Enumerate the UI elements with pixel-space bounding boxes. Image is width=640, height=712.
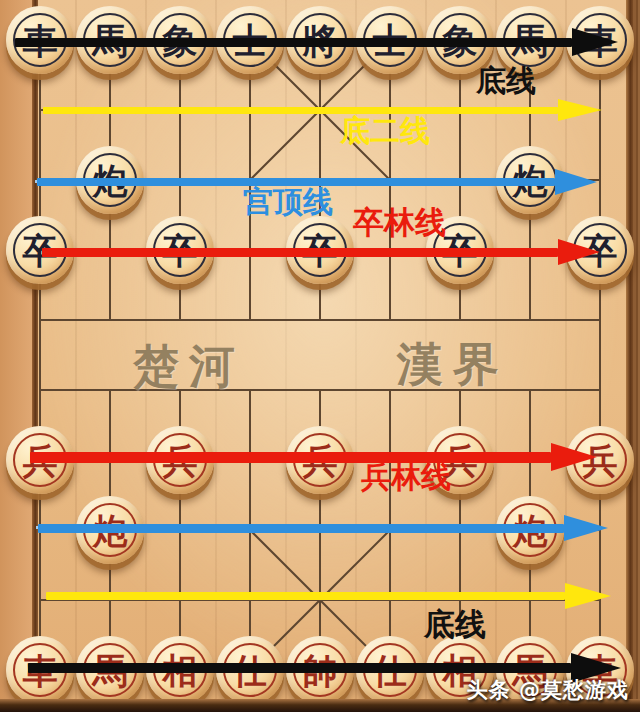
line-name-label-0-底线: 底线 (476, 66, 536, 96)
arrow-blue-palace-top-line-black-head (555, 169, 597, 195)
board-left-groove (32, 0, 38, 712)
arrow-blue-palace-top-line-red-head (564, 515, 608, 541)
arrow-black-bottom-line-top-shaft (15, 38, 572, 47)
arrow-red-pawn-line-red-shaft (30, 452, 551, 463)
river-label-han-jie: 漢界 (397, 341, 509, 387)
line-name-label-4-兵林线: 兵林线 (361, 462, 451, 492)
arrow-yellow-second-line-top-head (558, 99, 602, 121)
arrow-red-pawn-line-black-head (558, 239, 600, 265)
board-file-line-8 (599, 39, 601, 671)
arrow-red-pawn-line-black-shaft (42, 248, 558, 257)
arrow-yellow-second-line-red-head (565, 583, 611, 609)
river-label-chu-he: 楚河 (133, 343, 245, 389)
arrow-red-pawn-line-red-head (551, 443, 597, 471)
line-name-label-1-底二线: 底二线 (340, 116, 430, 146)
arrow-yellow-second-line-top-shaft (43, 107, 558, 114)
line-name-label-5-底线: 底线 (424, 609, 486, 640)
arrow-yellow-second-line-red-shaft (46, 592, 565, 600)
arrow-black-bottom-line-bottom-shaft (28, 663, 571, 673)
board-right-groove (626, 0, 633, 712)
line-name-label-2-宫顶线: 宫顶线 (243, 187, 333, 217)
watermark: 头条 @莫愁游戏 (467, 676, 629, 704)
board-left-frame (0, 0, 32, 712)
xiangqi-board[interactable]: 楚河 漢界 头条 @莫愁游戏 車馬象士將士象馬車炮炮卒卒卒卒卒兵兵兵兵兵炮炮車馬… (0, 0, 640, 712)
board-file-line-0 (39, 39, 41, 671)
line-name-label-3-卒林线: 卒林线 (353, 207, 446, 238)
board-right-frame (633, 0, 640, 712)
arrow-blue-palace-top-line-red-shaft (38, 524, 564, 533)
arrow-black-bottom-line-top-head (572, 28, 618, 56)
